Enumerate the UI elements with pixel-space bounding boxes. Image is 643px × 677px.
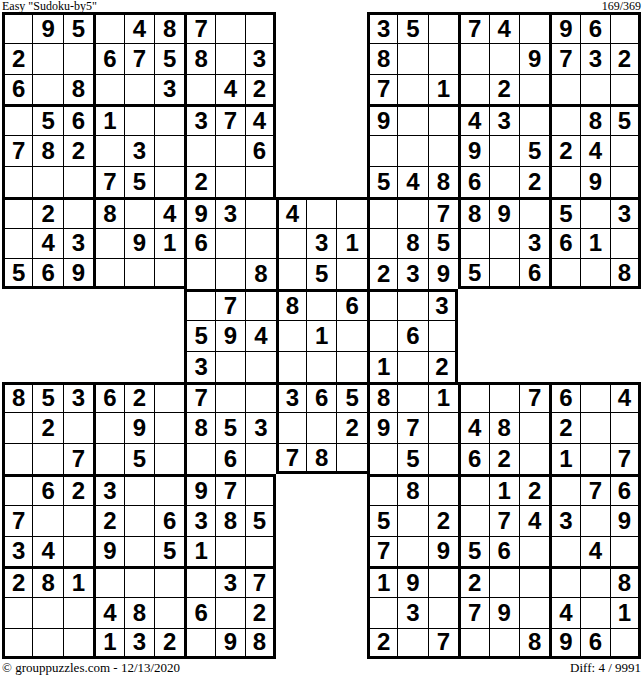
cell-r8c13[interactable]	[367, 228, 397, 259]
cell-r2c7[interactable]: 8	[184, 43, 214, 74]
cell-r14c1[interactable]	[2, 412, 32, 443]
cell-r8c4[interactable]	[93, 228, 123, 259]
cell-r6c14[interactable]: 4	[397, 166, 427, 197]
cell-r4c8[interactable]: 7	[215, 104, 245, 135]
cell-r9c7[interactable]	[184, 258, 214, 289]
cell-r15c15[interactable]	[428, 443, 458, 474]
cell-r8c6[interactable]: 1	[154, 228, 184, 259]
cell-r13c17[interactable]	[489, 382, 519, 413]
cell-r20c3[interactable]	[63, 597, 93, 628]
cell-r20c5[interactable]: 8	[124, 597, 154, 628]
cell-r2c14[interactable]	[397, 43, 427, 74]
cell-r7c5[interactable]	[124, 197, 154, 228]
cell-r5c5[interactable]: 3	[124, 135, 154, 166]
cell-r13c3[interactable]: 3	[63, 382, 93, 413]
cell-r16c5[interactable]	[124, 474, 154, 505]
cell-r7c19[interactable]: 5	[549, 197, 579, 228]
cell-r7c16[interactable]: 8	[458, 197, 488, 228]
cell-r17c6[interactable]: 6	[154, 505, 184, 536]
cell-r19c5[interactable]	[124, 566, 154, 597]
cell-r12c11[interactable]	[306, 351, 336, 382]
cell-r11c15[interactable]	[428, 320, 458, 351]
cell-r21c9[interactable]: 8	[245, 628, 275, 659]
cell-r10c8[interactable]: 7	[215, 289, 245, 320]
cell-r8c17[interactable]	[489, 228, 519, 259]
cell-r11c12[interactable]	[336, 320, 366, 351]
cell-r20c21[interactable]: 1	[610, 597, 640, 628]
cell-r14c5[interactable]: 9	[124, 412, 154, 443]
cell-r8c12[interactable]: 1	[336, 228, 366, 259]
cell-r17c19[interactable]: 3	[549, 505, 579, 536]
cell-r3c21[interactable]	[610, 74, 640, 105]
cell-r12c15[interactable]: 2	[428, 351, 458, 382]
cell-r21c17[interactable]	[489, 628, 519, 659]
cell-r13c11[interactable]: 6	[306, 382, 336, 413]
cell-r4c14[interactable]	[397, 104, 427, 135]
cell-r7c18[interactable]	[519, 197, 549, 228]
cell-r18c14[interactable]	[397, 536, 427, 567]
cell-r17c8[interactable]: 8	[215, 505, 245, 536]
cell-r10c15[interactable]: 3	[428, 289, 458, 320]
cell-r4c13[interactable]: 9	[367, 104, 397, 135]
cell-r3c17[interactable]: 2	[489, 74, 519, 105]
cell-r3c19[interactable]	[549, 74, 579, 105]
cell-r17c18[interactable]: 4	[519, 505, 549, 536]
cell-r15c17[interactable]: 2	[489, 443, 519, 474]
cell-r7c17[interactable]: 9	[489, 197, 519, 228]
cell-r15c20[interactable]	[580, 443, 610, 474]
cell-r9c14[interactable]: 3	[397, 258, 427, 289]
cell-r2c3[interactable]	[63, 43, 93, 74]
cell-r9c19[interactable]	[549, 258, 579, 289]
cell-r8c20[interactable]: 1	[580, 228, 610, 259]
cell-r21c14[interactable]	[397, 628, 427, 659]
cell-r3c13[interactable]: 7	[367, 74, 397, 105]
cell-r11c10[interactable]	[276, 320, 306, 351]
cell-r2c2[interactable]	[32, 43, 62, 74]
cell-r8c9[interactable]	[245, 228, 275, 259]
cell-r7c3[interactable]	[63, 197, 93, 228]
cell-r16c16[interactable]	[458, 474, 488, 505]
cell-r9c15[interactable]: 9	[428, 258, 458, 289]
cell-r13c20[interactable]	[580, 382, 610, 413]
cell-r21c7[interactable]	[184, 628, 214, 659]
cell-r18c13[interactable]: 7	[367, 536, 397, 567]
cell-r13c21[interactable]: 4	[610, 382, 640, 413]
cell-r5c2[interactable]: 8	[32, 135, 62, 166]
cell-r10c13[interactable]	[367, 289, 397, 320]
cell-r20c13[interactable]	[367, 597, 397, 628]
cell-r13c6[interactable]	[154, 382, 184, 413]
cell-r18c3[interactable]	[63, 536, 93, 567]
cell-r3c8[interactable]: 4	[215, 74, 245, 105]
cell-r16c4[interactable]: 3	[93, 474, 123, 505]
cell-r13c5[interactable]: 2	[124, 382, 154, 413]
cell-r5c14[interactable]	[397, 135, 427, 166]
cell-r5c18[interactable]: 5	[519, 135, 549, 166]
cell-r10c12[interactable]: 6	[336, 289, 366, 320]
cell-r15c2[interactable]	[32, 443, 62, 474]
cell-r1c21[interactable]	[610, 12, 640, 43]
cell-r13c13[interactable]: 8	[367, 382, 397, 413]
cell-r9c17[interactable]	[489, 258, 519, 289]
cell-r14c4[interactable]	[93, 412, 123, 443]
cell-r15c7[interactable]	[184, 443, 214, 474]
cell-r3c20[interactable]	[580, 74, 610, 105]
cell-r9c20[interactable]	[580, 258, 610, 289]
cell-r19c17[interactable]	[489, 566, 519, 597]
cell-r6c13[interactable]: 5	[367, 166, 397, 197]
cell-r11c8[interactable]: 9	[215, 320, 245, 351]
cell-r14c8[interactable]: 5	[215, 412, 245, 443]
cell-r18c7[interactable]: 1	[184, 536, 214, 567]
cell-r18c21[interactable]	[610, 536, 640, 567]
cell-r1c14[interactable]: 5	[397, 12, 427, 43]
cell-r9c10[interactable]	[276, 258, 306, 289]
cell-r6c7[interactable]: 2	[184, 166, 214, 197]
cell-r7c12[interactable]	[336, 197, 366, 228]
cell-r4c3[interactable]: 6	[63, 104, 93, 135]
cell-r13c9[interactable]	[245, 382, 275, 413]
cell-r8c18[interactable]: 3	[519, 228, 549, 259]
cell-r20c9[interactable]: 2	[245, 597, 275, 628]
cell-r10c10[interactable]: 8	[276, 289, 306, 320]
cell-r13c16[interactable]	[458, 382, 488, 413]
cell-r5c8[interactable]	[215, 135, 245, 166]
cell-r9c21[interactable]: 8	[610, 258, 640, 289]
cell-r2c5[interactable]: 7	[124, 43, 154, 74]
cell-r13c2[interactable]: 5	[32, 382, 62, 413]
cell-r16c14[interactable]: 8	[397, 474, 427, 505]
cell-r14c13[interactable]: 9	[367, 412, 397, 443]
cell-r2c19[interactable]: 7	[549, 43, 579, 74]
cell-r17c7[interactable]: 3	[184, 505, 214, 536]
cell-r18c17[interactable]: 6	[489, 536, 519, 567]
cell-r15c6[interactable]	[154, 443, 184, 474]
cell-r19c21[interactable]: 8	[610, 566, 640, 597]
cell-r16c3[interactable]: 2	[63, 474, 93, 505]
cell-r12c12[interactable]	[336, 351, 366, 382]
cell-r1c4[interactable]	[93, 12, 123, 43]
cell-r17c4[interactable]: 2	[93, 505, 123, 536]
cell-r18c18[interactable]	[519, 536, 549, 567]
cell-r8c16[interactable]	[458, 228, 488, 259]
cell-r14c17[interactable]: 8	[489, 412, 519, 443]
cell-r13c8[interactable]	[215, 382, 245, 413]
cell-r14c11[interactable]	[306, 412, 336, 443]
cell-r9c13[interactable]: 2	[367, 258, 397, 289]
cell-r6c18[interactable]: 2	[519, 166, 549, 197]
cell-r11c9[interactable]: 4	[245, 320, 275, 351]
cell-r5c13[interactable]	[367, 135, 397, 166]
cell-r8c2[interactable]: 4	[32, 228, 62, 259]
cell-r15c12[interactable]	[336, 443, 366, 474]
cell-r17c3[interactable]	[63, 505, 93, 536]
cell-r4c4[interactable]: 1	[93, 104, 123, 135]
cell-r19c4[interactable]	[93, 566, 123, 597]
cell-r12c7[interactable]: 3	[184, 351, 214, 382]
cell-r13c1[interactable]: 8	[2, 382, 32, 413]
cell-r1c5[interactable]: 4	[124, 12, 154, 43]
cell-r9c8[interactable]	[215, 258, 245, 289]
cell-r20c4[interactable]: 4	[93, 597, 123, 628]
cell-r6c17[interactable]	[489, 166, 519, 197]
cell-r6c15[interactable]: 8	[428, 166, 458, 197]
cell-r1c7[interactable]: 7	[184, 12, 214, 43]
cell-r16c17[interactable]: 1	[489, 474, 519, 505]
cell-r8c8[interactable]	[215, 228, 245, 259]
cell-r19c9[interactable]: 7	[245, 566, 275, 597]
cell-r16c1[interactable]	[2, 474, 32, 505]
cell-r21c6[interactable]: 2	[154, 628, 184, 659]
cell-r1c8[interactable]	[215, 12, 245, 43]
cell-r6c1[interactable]	[2, 166, 32, 197]
cell-r14c12[interactable]: 2	[336, 412, 366, 443]
cell-r3c7[interactable]	[184, 74, 214, 105]
cell-r19c8[interactable]: 3	[215, 566, 245, 597]
cell-r17c16[interactable]	[458, 505, 488, 536]
cell-r18c16[interactable]: 5	[458, 536, 488, 567]
cell-r20c14[interactable]: 3	[397, 597, 427, 628]
cell-r19c18[interactable]	[519, 566, 549, 597]
cell-r20c16[interactable]: 7	[458, 597, 488, 628]
cell-r14c20[interactable]	[580, 412, 610, 443]
cell-r13c12[interactable]: 5	[336, 382, 366, 413]
cell-r7c13[interactable]	[367, 197, 397, 228]
cell-r5c6[interactable]	[154, 135, 184, 166]
cell-r17c17[interactable]: 7	[489, 505, 519, 536]
cell-r3c9[interactable]: 2	[245, 74, 275, 105]
cell-r7c10[interactable]: 4	[276, 197, 306, 228]
cell-r20c19[interactable]: 4	[549, 597, 579, 628]
cell-r3c14[interactable]	[397, 74, 427, 105]
cell-r14c10[interactable]	[276, 412, 306, 443]
cell-r15c18[interactable]	[519, 443, 549, 474]
cell-r14c16[interactable]: 4	[458, 412, 488, 443]
cell-r7c7[interactable]: 9	[184, 197, 214, 228]
cell-r17c5[interactable]	[124, 505, 154, 536]
cell-r13c15[interactable]: 1	[428, 382, 458, 413]
cell-r8c19[interactable]: 6	[549, 228, 579, 259]
cell-r15c21[interactable]: 7	[610, 443, 640, 474]
cell-r15c9[interactable]	[245, 443, 275, 474]
cell-r19c7[interactable]	[184, 566, 214, 597]
cell-r19c19[interactable]	[549, 566, 579, 597]
cell-r11c13[interactable]	[367, 320, 397, 351]
cell-r14c3[interactable]	[63, 412, 93, 443]
cell-r1c16[interactable]: 7	[458, 12, 488, 43]
cell-r18c2[interactable]: 4	[32, 536, 62, 567]
cell-r16c15[interactable]	[428, 474, 458, 505]
cell-r4c2[interactable]: 5	[32, 104, 62, 135]
cell-r8c14[interactable]: 8	[397, 228, 427, 259]
cell-r10c11[interactable]	[306, 289, 336, 320]
cell-r4c18[interactable]	[519, 104, 549, 135]
cell-r20c2[interactable]	[32, 597, 62, 628]
cell-r1c9[interactable]	[245, 12, 275, 43]
cell-r8c1[interactable]	[2, 228, 32, 259]
cell-r3c3[interactable]: 8	[63, 74, 93, 105]
cell-r15c3[interactable]: 7	[63, 443, 93, 474]
cell-r3c2[interactable]	[32, 74, 62, 105]
cell-r14c6[interactable]	[154, 412, 184, 443]
cell-r9c12[interactable]	[336, 258, 366, 289]
cell-r21c13[interactable]: 2	[367, 628, 397, 659]
cell-r14c9[interactable]: 3	[245, 412, 275, 443]
cell-r6c21[interactable]	[610, 166, 640, 197]
cell-r7c14[interactable]	[397, 197, 427, 228]
cell-r9c16[interactable]: 5	[458, 258, 488, 289]
cell-r5c16[interactable]: 9	[458, 135, 488, 166]
cell-r3c4[interactable]	[93, 74, 123, 105]
cell-r5c17[interactable]	[489, 135, 519, 166]
cell-r1c3[interactable]: 5	[63, 12, 93, 43]
cell-r9c18[interactable]: 6	[519, 258, 549, 289]
cell-r6c9[interactable]	[245, 166, 275, 197]
cell-r1c17[interactable]: 4	[489, 12, 519, 43]
cell-r6c6[interactable]	[154, 166, 184, 197]
cell-r9c4[interactable]	[93, 258, 123, 289]
cell-r4c15[interactable]	[428, 104, 458, 135]
cell-r14c14[interactable]: 7	[397, 412, 427, 443]
cell-r21c21[interactable]	[610, 628, 640, 659]
cell-r21c16[interactable]	[458, 628, 488, 659]
cell-r8c21[interactable]	[610, 228, 640, 259]
cell-r2c13[interactable]: 8	[367, 43, 397, 74]
cell-r15c10[interactable]: 7	[276, 443, 306, 474]
cell-r13c14[interactable]	[397, 382, 427, 413]
cell-r15c1[interactable]	[2, 443, 32, 474]
cell-r2c15[interactable]	[428, 43, 458, 74]
cell-r20c1[interactable]	[2, 597, 32, 628]
cell-r20c7[interactable]: 6	[184, 597, 214, 628]
cell-r8c11[interactable]: 3	[306, 228, 336, 259]
cell-r4c6[interactable]	[154, 104, 184, 135]
cell-r8c15[interactable]: 5	[428, 228, 458, 259]
cell-r16c18[interactable]: 2	[519, 474, 549, 505]
cell-r16c6[interactable]	[154, 474, 184, 505]
cell-r4c19[interactable]	[549, 104, 579, 135]
cell-r5c9[interactable]: 6	[245, 135, 275, 166]
cell-r5c4[interactable]	[93, 135, 123, 166]
cell-r6c20[interactable]: 9	[580, 166, 610, 197]
cell-r4c21[interactable]: 5	[610, 104, 640, 135]
cell-r2c21[interactable]: 2	[610, 43, 640, 74]
cell-r7c15[interactable]: 7	[428, 197, 458, 228]
cell-r16c21[interactable]: 6	[610, 474, 640, 505]
cell-r19c1[interactable]: 2	[2, 566, 32, 597]
cell-r1c6[interactable]: 8	[154, 12, 184, 43]
cell-r6c5[interactable]: 5	[124, 166, 154, 197]
cell-r6c2[interactable]	[32, 166, 62, 197]
cell-r9c11[interactable]: 5	[306, 258, 336, 289]
cell-r3c6[interactable]: 3	[154, 74, 184, 105]
cell-r7c21[interactable]: 3	[610, 197, 640, 228]
cell-r19c15[interactable]	[428, 566, 458, 597]
cell-r9c9[interactable]: 8	[245, 258, 275, 289]
cell-r6c3[interactable]	[63, 166, 93, 197]
cell-r20c15[interactable]	[428, 597, 458, 628]
cell-r18c9[interactable]	[245, 536, 275, 567]
cell-r8c3[interactable]: 3	[63, 228, 93, 259]
cell-r9c1[interactable]: 5	[2, 258, 32, 289]
cell-r18c20[interactable]: 4	[580, 536, 610, 567]
cell-r18c6[interactable]: 5	[154, 536, 184, 567]
cell-r20c20[interactable]	[580, 597, 610, 628]
cell-r18c5[interactable]	[124, 536, 154, 567]
cell-r7c8[interactable]: 3	[215, 197, 245, 228]
cell-r14c19[interactable]: 2	[549, 412, 579, 443]
cell-r16c20[interactable]: 7	[580, 474, 610, 505]
cell-r6c4[interactable]: 7	[93, 166, 123, 197]
cell-r11c7[interactable]: 5	[184, 320, 214, 351]
cell-r2c16[interactable]	[458, 43, 488, 74]
cell-r10c9[interactable]	[245, 289, 275, 320]
cell-r13c18[interactable]: 7	[519, 382, 549, 413]
cell-r4c7[interactable]: 3	[184, 104, 214, 135]
cell-r9c2[interactable]: 6	[32, 258, 62, 289]
cell-r3c1[interactable]: 6	[2, 74, 32, 105]
cell-r17c9[interactable]: 5	[245, 505, 275, 536]
cell-r18c19[interactable]	[549, 536, 579, 567]
cell-r15c4[interactable]	[93, 443, 123, 474]
cell-r19c20[interactable]	[580, 566, 610, 597]
cell-r5c7[interactable]	[184, 135, 214, 166]
cell-r5c1[interactable]: 7	[2, 135, 32, 166]
cell-r19c16[interactable]: 2	[458, 566, 488, 597]
cell-r19c14[interactable]: 9	[397, 566, 427, 597]
cell-r15c11[interactable]: 8	[306, 443, 336, 474]
cell-r2c4[interactable]: 6	[93, 43, 123, 74]
cell-r21c2[interactable]	[32, 628, 62, 659]
cell-r7c2[interactable]: 2	[32, 197, 62, 228]
cell-r7c1[interactable]	[2, 197, 32, 228]
cell-r4c9[interactable]: 4	[245, 104, 275, 135]
cell-r18c15[interactable]: 9	[428, 536, 458, 567]
cell-r6c16[interactable]: 6	[458, 166, 488, 197]
cell-r5c15[interactable]	[428, 135, 458, 166]
cell-r17c2[interactable]	[32, 505, 62, 536]
cell-r19c6[interactable]	[154, 566, 184, 597]
cell-r7c9[interactable]	[245, 197, 275, 228]
cell-r2c8[interactable]	[215, 43, 245, 74]
cell-r4c16[interactable]: 4	[458, 104, 488, 135]
cell-r3c16[interactable]	[458, 74, 488, 105]
cell-r14c2[interactable]: 2	[32, 412, 62, 443]
cell-r2c1[interactable]: 2	[2, 43, 32, 74]
cell-r10c7[interactable]	[184, 289, 214, 320]
cell-r9c3[interactable]: 9	[63, 258, 93, 289]
cell-r3c18[interactable]	[519, 74, 549, 105]
cell-r2c18[interactable]: 9	[519, 43, 549, 74]
cell-r19c3[interactable]: 1	[63, 566, 93, 597]
cell-r4c5[interactable]	[124, 104, 154, 135]
cell-r21c15[interactable]: 7	[428, 628, 458, 659]
cell-r13c7[interactable]: 7	[184, 382, 214, 413]
cell-r16c9[interactable]	[245, 474, 275, 505]
cell-r14c7[interactable]: 8	[184, 412, 214, 443]
cell-r9c6[interactable]	[154, 258, 184, 289]
cell-r17c15[interactable]: 2	[428, 505, 458, 536]
cell-r7c6[interactable]: 4	[154, 197, 184, 228]
cell-r15c8[interactable]: 6	[215, 443, 245, 474]
cell-r21c18[interactable]: 8	[519, 628, 549, 659]
cell-r17c1[interactable]: 7	[2, 505, 32, 536]
cell-r17c20[interactable]	[580, 505, 610, 536]
cell-r21c20[interactable]: 6	[580, 628, 610, 659]
cell-r1c1[interactable]	[2, 12, 32, 43]
cell-r2c20[interactable]: 3	[580, 43, 610, 74]
